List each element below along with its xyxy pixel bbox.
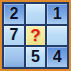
puzzle-frame: 2 1 7 ? 5 4 [0,0,71,71]
cell-r0c1[interactable] [26,4,46,24]
question-mark: ? [30,27,40,44]
cell-value: 4 [53,49,62,65]
puzzle-board: 2 1 7 ? 5 4 [2,2,69,69]
cell-value: 5 [31,49,40,65]
cell-value: 2 [9,6,18,22]
cell-r1c2[interactable] [47,26,67,46]
cell-value: 1 [53,6,62,22]
cell-r2c2[interactable]: 4 [47,47,67,67]
cell-value: 7 [9,27,18,43]
cell-r2c1[interactable]: 5 [26,47,46,67]
cell-r0c0[interactable]: 2 [4,4,24,24]
cell-r0c2[interactable]: 1 [47,4,67,24]
cell-r2c0[interactable] [4,47,24,67]
cell-r1c0[interactable]: 7 [4,26,24,46]
cell-r1c1-question[interactable]: ? [26,26,46,46]
